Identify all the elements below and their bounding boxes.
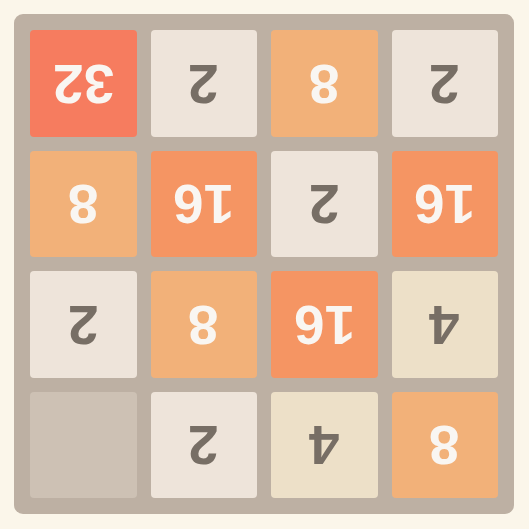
tile-value: 16 [294, 297, 355, 352]
tile-value: 4 [309, 417, 340, 472]
tile-8: 8 [151, 271, 258, 378]
tile-8: 8 [271, 30, 378, 137]
tile-2: 2 [30, 271, 137, 378]
tile-value: 2 [188, 417, 219, 472]
tile-4: 4 [392, 271, 499, 378]
tile-value: 16 [414, 176, 475, 231]
tile-8: 8 [392, 392, 499, 499]
tile-value: 16 [173, 176, 234, 231]
2048-board[interactable]: 3228281621628164248 [14, 14, 514, 514]
tile-value: 8 [309, 56, 340, 111]
tile-16: 16 [271, 271, 378, 378]
tile-value: 2 [68, 297, 99, 352]
tile-16: 16 [151, 151, 258, 258]
tile-16: 16 [392, 151, 499, 258]
tile-2: 2 [151, 30, 258, 137]
empty-cell [30, 392, 137, 499]
tile-value: 2 [188, 56, 219, 111]
tile-value: 4 [429, 297, 460, 352]
tile-2: 2 [151, 392, 258, 499]
tile-4: 4 [271, 392, 378, 499]
tile-value: 32 [53, 56, 114, 111]
tile-2: 2 [392, 30, 499, 137]
tile-value: 2 [309, 176, 340, 231]
tile-value: 8 [68, 176, 99, 231]
tile-value: 8 [429, 417, 460, 472]
tile-value: 8 [188, 297, 219, 352]
tile-value: 2 [429, 56, 460, 111]
tile-32: 32 [30, 30, 137, 137]
tile-8: 8 [30, 151, 137, 258]
tile-2: 2 [271, 151, 378, 258]
